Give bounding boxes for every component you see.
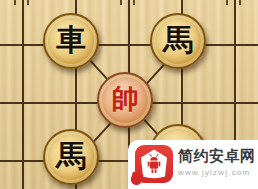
point-marker bbox=[14, 0, 16, 5]
piece-red-general-e2[interactable]: 帥 bbox=[97, 72, 153, 128]
point-marker bbox=[120, 0, 122, 5]
horse-glyph: 馬 bbox=[56, 141, 86, 171]
piece-black-horse-d1[interactable]: 馬 bbox=[43, 129, 99, 185]
watermark-site-url: www.jylzwj.com bbox=[178, 168, 258, 177]
point-marker bbox=[226, 0, 228, 5]
piece-black-horse-f3[interactable]: 馬 bbox=[150, 13, 206, 69]
general-glyph: 帥 bbox=[112, 86, 139, 113]
site-logo-badge bbox=[135, 145, 173, 183]
horse-glyph: 馬 bbox=[163, 25, 193, 55]
point-marker bbox=[27, 0, 29, 5]
point-marker bbox=[239, 0, 241, 5]
android-robot-icon bbox=[135, 145, 173, 183]
watermark-site-name: 简约安卓网 bbox=[178, 147, 256, 166]
watermark: 简约安卓网 www.jylzwj.com bbox=[128, 140, 258, 189]
piece-black-chariot-d3[interactable]: 車 bbox=[43, 13, 99, 69]
rank-line-3 bbox=[0, 44, 258, 46]
chariot-glyph: 車 bbox=[56, 25, 86, 55]
point-marker bbox=[133, 0, 135, 5]
xiangqi-board[interactable]: 車 馬 帥 馬 简约安卓网 www.jylzwj.com bbox=[0, 0, 258, 189]
